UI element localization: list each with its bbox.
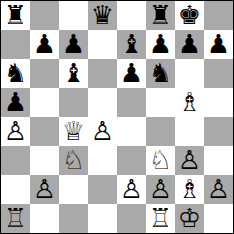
- white-king-piece[interactable]: ♔: [178, 205, 201, 231]
- square-h4[interactable]: [204, 117, 233, 146]
- square-e3[interactable]: [117, 146, 146, 175]
- square-d3[interactable]: [88, 146, 117, 175]
- white-bishop-piece[interactable]: ♗: [178, 176, 201, 202]
- square-d1[interactable]: [88, 204, 117, 233]
- square-f3[interactable]: ♘: [146, 146, 175, 175]
- black-rook-piece[interactable]: ♜: [149, 2, 172, 28]
- square-g6[interactable]: [175, 59, 204, 88]
- square-c5[interactable]: [59, 88, 88, 117]
- square-a3[interactable]: [1, 146, 30, 175]
- square-h2[interactable]: ♙: [204, 175, 233, 204]
- black-bishop-piece[interactable]: ♝: [120, 31, 143, 57]
- square-d8[interactable]: ♛: [88, 1, 117, 30]
- black-pawn-piece[interactable]: ♟: [149, 31, 172, 57]
- square-e7[interactable]: ♝: [117, 30, 146, 59]
- white-rook-piece[interactable]: ♖: [4, 205, 27, 231]
- square-e8[interactable]: [117, 1, 146, 30]
- square-b4[interactable]: [30, 117, 59, 146]
- square-b1[interactable]: [30, 204, 59, 233]
- square-c6[interactable]: ♝: [59, 59, 88, 88]
- square-c7[interactable]: ♟: [59, 30, 88, 59]
- black-king-piece[interactable]: ♚: [178, 2, 201, 28]
- white-pawn-piece[interactable]: ♙: [33, 176, 56, 202]
- square-c2[interactable]: [59, 175, 88, 204]
- square-e2[interactable]: ♙: [117, 175, 146, 204]
- square-f1[interactable]: ♖: [146, 204, 175, 233]
- square-a1[interactable]: ♖: [1, 204, 30, 233]
- square-c1[interactable]: [59, 204, 88, 233]
- square-c8[interactable]: [59, 1, 88, 30]
- square-g4[interactable]: [175, 117, 204, 146]
- square-h8[interactable]: [204, 1, 233, 30]
- black-pawn-piece[interactable]: ♟: [207, 31, 230, 57]
- square-f5[interactable]: [146, 88, 175, 117]
- black-pawn-piece[interactable]: ♟: [120, 60, 143, 86]
- square-g8[interactable]: ♚: [175, 1, 204, 30]
- black-pawn-piece[interactable]: ♟: [33, 31, 56, 57]
- square-b2[interactable]: ♙: [30, 175, 59, 204]
- square-h3[interactable]: [204, 146, 233, 175]
- white-knight-piece[interactable]: ♘: [62, 147, 85, 173]
- white-pawn-piece[interactable]: ♙: [178, 147, 201, 173]
- square-c3[interactable]: ♘: [59, 146, 88, 175]
- square-e5[interactable]: [117, 88, 146, 117]
- white-rook-piece[interactable]: ♖: [149, 205, 172, 231]
- square-a7[interactable]: [1, 30, 30, 59]
- square-c4[interactable]: ♕: [59, 117, 88, 146]
- white-pawn-piece[interactable]: ♙: [4, 118, 27, 144]
- black-queen-piece[interactable]: ♛: [91, 2, 114, 28]
- square-a6[interactable]: ♞: [1, 59, 30, 88]
- square-b7[interactable]: ♟: [30, 30, 59, 59]
- square-g1[interactable]: ♔: [175, 204, 204, 233]
- white-bishop-piece[interactable]: ♗: [178, 89, 201, 115]
- square-g7[interactable]: ♟: [175, 30, 204, 59]
- square-f2[interactable]: ♙: [146, 175, 175, 204]
- square-a2[interactable]: [1, 175, 30, 204]
- white-pawn-piece[interactable]: ♙: [207, 176, 230, 202]
- square-g3[interactable]: ♙: [175, 146, 204, 175]
- square-h6[interactable]: [204, 59, 233, 88]
- black-pawn-piece[interactable]: ♟: [62, 31, 85, 57]
- white-pawn-piece[interactable]: ♙: [120, 176, 143, 202]
- square-g5[interactable]: ♗: [175, 88, 204, 117]
- square-f6[interactable]: ♞: [146, 59, 175, 88]
- square-e4[interactable]: [117, 117, 146, 146]
- square-h5[interactable]: [204, 88, 233, 117]
- chess-board-grid: ♜♛♜♚♟♟♝♟♟♟♞♝♟♞♟♗♙♕♙♘♘♙♙♙♙♗♙♖♖♔: [1, 1, 233, 233]
- square-f7[interactable]: ♟: [146, 30, 175, 59]
- white-knight-piece[interactable]: ♘: [149, 147, 172, 173]
- square-d4[interactable]: ♙: [88, 117, 117, 146]
- square-b5[interactable]: [30, 88, 59, 117]
- black-pawn-piece[interactable]: ♟: [178, 31, 201, 57]
- white-pawn-piece[interactable]: ♙: [149, 176, 172, 202]
- square-e6[interactable]: ♟: [117, 59, 146, 88]
- square-h1[interactable]: [204, 204, 233, 233]
- white-queen-piece[interactable]: ♕: [62, 118, 85, 144]
- square-d2[interactable]: [88, 175, 117, 204]
- square-d5[interactable]: [88, 88, 117, 117]
- square-a4[interactable]: ♙: [1, 117, 30, 146]
- black-bishop-piece[interactable]: ♝: [62, 60, 85, 86]
- square-h7[interactable]: ♟: [204, 30, 233, 59]
- square-d6[interactable]: [88, 59, 117, 88]
- square-a8[interactable]: ♜: [1, 1, 30, 30]
- black-pawn-piece[interactable]: ♟: [4, 89, 27, 115]
- square-f4[interactable]: [146, 117, 175, 146]
- square-b8[interactable]: [30, 1, 59, 30]
- white-pawn-piece[interactable]: ♙: [91, 118, 114, 144]
- black-knight-piece[interactable]: ♞: [149, 60, 172, 86]
- square-a5[interactable]: ♟: [1, 88, 30, 117]
- square-g2[interactable]: ♗: [175, 175, 204, 204]
- square-f8[interactable]: ♜: [146, 1, 175, 30]
- square-d7[interactable]: [88, 30, 117, 59]
- chess-board: ♜♛♜♚♟♟♝♟♟♟♞♝♟♞♟♗♙♕♙♘♘♙♙♙♙♗♙♖♖♔: [0, 0, 234, 234]
- black-knight-piece[interactable]: ♞: [4, 60, 27, 86]
- square-e1[interactable]: [117, 204, 146, 233]
- square-b6[interactable]: [30, 59, 59, 88]
- black-rook-piece[interactable]: ♜: [4, 2, 27, 28]
- square-b3[interactable]: [30, 146, 59, 175]
